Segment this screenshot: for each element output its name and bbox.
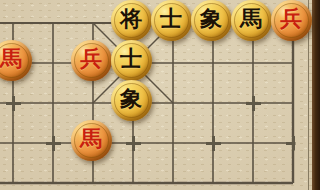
piece-red-horse[interactable]: 馬: [71, 120, 112, 161]
point-marker: [206, 136, 221, 151]
point-marker: [46, 136, 61, 151]
point-marker: [286, 136, 301, 151]
piece-black-advisor[interactable]: 士: [111, 40, 152, 81]
piece-glyph: 馬: [240, 8, 262, 30]
piece-glyph: 将: [120, 8, 142, 30]
piece-black-elephant[interactable]: 象: [111, 80, 152, 121]
piece-black-advisor[interactable]: 士: [151, 0, 192, 41]
piece-glyph: 士: [160, 8, 182, 30]
piece-glyph: 馬: [80, 128, 102, 150]
piece-red-soldier[interactable]: 兵: [71, 40, 112, 81]
piece-glyph: 兵: [80, 48, 102, 70]
piece-black-general[interactable]: 将: [111, 0, 152, 41]
piece-glyph: 象: [200, 8, 222, 30]
piece-red-soldier[interactable]: 兵: [271, 0, 312, 41]
point-marker: [6, 96, 21, 111]
piece-glyph: 象: [120, 88, 142, 110]
piece-red-horse[interactable]: 馬: [0, 40, 32, 81]
piece-black-horse[interactable]: 馬: [231, 0, 272, 41]
board-intersection-grid: 将士象馬兵馬兵士象馬: [0, 3, 313, 190]
xiangqi-board[interactable]: 将士象馬兵馬兵士象馬: [0, 0, 320, 190]
piece-black-elephant[interactable]: 象: [191, 0, 232, 41]
point-marker: [126, 136, 141, 151]
piece-glyph: 馬: [0, 48, 22, 70]
point-marker: [246, 96, 261, 111]
board-frame-edge: [312, 0, 320, 190]
piece-glyph: 兵: [280, 8, 302, 30]
piece-glyph: 士: [120, 48, 142, 70]
